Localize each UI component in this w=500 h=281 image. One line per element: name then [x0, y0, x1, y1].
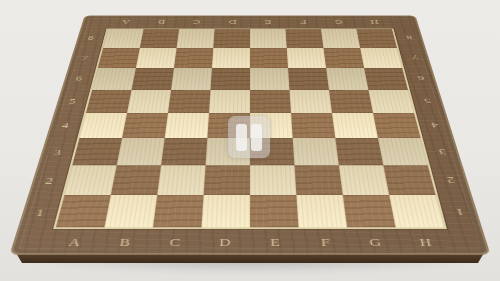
rank-label: 7: [411, 54, 419, 60]
square-a6: [92, 68, 136, 90]
square-h2: [383, 165, 435, 195]
file-label: H: [369, 19, 378, 25]
coordinate-cell: F: [299, 229, 352, 255]
file-label: G: [334, 19, 343, 25]
square-f8: [285, 29, 323, 48]
square-h8: [356, 29, 396, 48]
file-label: C: [193, 19, 201, 25]
square-h7: [360, 48, 402, 68]
square-d6: [211, 68, 250, 90]
square-h5: [368, 90, 414, 113]
photo-background: ABCDEFGH ABCDEFGH 87654321 87654321: [0, 0, 500, 281]
file-labels-top: ABCDEFGH: [107, 16, 394, 29]
rank-label: 3: [438, 148, 447, 157]
coordinate-cell: C: [178, 16, 215, 29]
rank-label: 7: [81, 54, 89, 60]
square-c7: [174, 48, 213, 68]
rank-label: 6: [75, 75, 83, 82]
square-f2: [294, 165, 342, 195]
square-a1: [56, 195, 111, 227]
rank-label: 8: [405, 35, 412, 41]
watermark-bar: [251, 124, 262, 151]
coordinate-cell: D: [214, 16, 250, 29]
coordinate-cell: H: [398, 229, 454, 255]
file-label: A: [68, 236, 82, 247]
square-d8: [213, 29, 250, 48]
coordinate-cell: D: [199, 229, 250, 255]
file-label: C: [169, 236, 181, 247]
square-h6: [364, 68, 408, 90]
square-a5: [86, 90, 132, 113]
rank-label: 5: [423, 97, 432, 104]
rank-label: 3: [53, 148, 62, 157]
square-e6: [250, 68, 289, 90]
coordinate-cell: G: [320, 16, 358, 29]
square-b5: [127, 90, 171, 113]
square-h4: [373, 113, 421, 138]
rank-label: 4: [430, 122, 439, 130]
coordinate-cell: A: [46, 229, 102, 255]
rank-label: 5: [68, 97, 77, 104]
square-g7: [323, 48, 364, 68]
square-e2: [250, 165, 296, 195]
square-c2: [157, 165, 205, 195]
file-label: H: [418, 236, 432, 247]
square-b3: [117, 138, 165, 165]
file-label: G: [369, 236, 382, 247]
coordinate-cell: G: [348, 229, 402, 255]
square-h3: [378, 138, 428, 165]
coordinate-cell: F: [285, 16, 322, 29]
file-label: F: [320, 236, 330, 247]
square-g3: [335, 138, 383, 165]
square-a2: [64, 165, 116, 195]
square-c8: [177, 29, 215, 48]
rank-label: 6: [417, 75, 425, 82]
rank-label: 2: [44, 176, 54, 185]
square-g8: [321, 29, 360, 48]
square-e1: [250, 195, 299, 227]
file-label: E: [264, 19, 271, 25]
file-label: F: [300, 19, 307, 25]
square-b1: [104, 195, 157, 227]
square-d5: [209, 90, 250, 113]
square-d7: [212, 48, 250, 68]
rank-label: 8: [87, 35, 94, 41]
square-c5: [168, 90, 211, 113]
rank-label: 2: [446, 176, 456, 185]
square-a3: [72, 138, 122, 165]
square-b4: [122, 113, 168, 138]
square-g2: [339, 165, 389, 195]
square-g6: [326, 68, 368, 90]
square-c6: [171, 68, 212, 90]
coordinate-cell: E: [250, 16, 286, 29]
coordinate-cell: H: [355, 16, 393, 29]
rank-label: 1: [35, 207, 46, 217]
square-g5: [329, 90, 373, 113]
square-c4: [165, 113, 209, 138]
file-label: B: [119, 236, 131, 247]
coordinate-cell: 8: [393, 28, 425, 47]
coordinate-cell: B: [97, 229, 151, 255]
square-f4: [291, 113, 335, 138]
coordinate-cell: A: [107, 16, 145, 29]
watermark-bar: [236, 124, 247, 151]
coordinate-cell: E: [250, 229, 301, 255]
square-a4: [79, 113, 127, 138]
watermark-logo: [228, 116, 270, 158]
coordinate-cell: B: [142, 16, 180, 29]
square-c3: [161, 138, 207, 165]
square-b2: [111, 165, 161, 195]
square-e8: [250, 29, 287, 48]
square-f1: [296, 195, 347, 227]
square-g1: [343, 195, 396, 227]
square-b6: [132, 68, 174, 90]
file-labels-bottom: ABCDEFGH: [46, 229, 453, 255]
square-f6: [288, 68, 329, 90]
square-f7: [287, 48, 326, 68]
coordinate-cell: C: [148, 229, 201, 255]
square-b8: [140, 29, 179, 48]
square-e7: [250, 48, 288, 68]
square-c1: [153, 195, 204, 227]
square-f5: [289, 90, 332, 113]
square-b7: [136, 48, 177, 68]
rank-label: 4: [61, 122, 70, 130]
square-h1: [389, 195, 444, 227]
square-d2: [204, 165, 250, 195]
file-label: D: [228, 19, 236, 25]
square-e5: [250, 90, 291, 113]
square-d1: [201, 195, 250, 227]
file-label: A: [121, 19, 130, 25]
square-f3: [293, 138, 339, 165]
file-label: E: [270, 236, 280, 247]
square-g4: [332, 113, 378, 138]
square-a8: [103, 29, 143, 48]
coordinate-cell: 7: [399, 47, 432, 67]
square-a7: [98, 48, 140, 68]
rank-label: 1: [455, 207, 466, 217]
file-label: B: [157, 19, 165, 25]
file-label: D: [219, 236, 231, 247]
